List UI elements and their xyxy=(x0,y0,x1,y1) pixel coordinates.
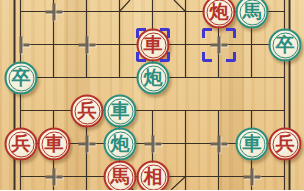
piece-glyph: 車 xyxy=(243,134,262,153)
piece-red-soldier-a6[interactable]: 兵 xyxy=(5,128,38,161)
point-marker-b2 xyxy=(46,4,63,21)
piece-glyph: 卒 xyxy=(12,68,31,87)
piece-glyph: 炮 xyxy=(144,68,163,87)
piece-black-chariot-d5[interactable]: 車 xyxy=(104,95,137,128)
point-marker-e6 xyxy=(145,136,162,153)
point-marker-g3 xyxy=(211,37,228,54)
piece-glyph: 車 xyxy=(111,101,130,120)
piece-glyph: 兵 xyxy=(276,134,295,153)
piece-black-cannon-e4[interactable]: 炮 xyxy=(137,62,170,95)
piece-glyph: 卒 xyxy=(276,35,295,54)
piece-red-chariot-b6[interactable]: 車 xyxy=(38,128,71,161)
piece-glyph: 馬 xyxy=(111,167,130,186)
piece-red-chariot-e3[interactable]: 車 xyxy=(137,29,170,62)
piece-black-soldier-i3[interactable]: 卒 xyxy=(269,29,302,62)
piece-black-soldier-a4[interactable]: 卒 xyxy=(5,62,38,95)
piece-glyph: 車 xyxy=(45,134,64,153)
piece-red-horse-d7[interactable]: 馬 xyxy=(104,161,137,191)
point-marker-c3 xyxy=(79,37,96,54)
piece-red-soldier-c5[interactable]: 兵 xyxy=(71,95,104,128)
piece-glyph: 炮 xyxy=(111,134,130,153)
point-marker-c6 xyxy=(79,136,96,153)
point-marker-g6 xyxy=(211,136,228,153)
piece-red-elephant-e7[interactable]: 相 xyxy=(137,161,170,191)
piece-glyph: 相 xyxy=(144,167,163,186)
point-marker-h7 xyxy=(244,169,261,186)
point-marker-b7 xyxy=(46,169,63,186)
piece-glyph: 兵 xyxy=(12,134,31,153)
piece-glyph: 兵 xyxy=(78,101,97,120)
piece-glyph: 車 xyxy=(144,35,163,54)
piece-red-soldier-i6[interactable]: 兵 xyxy=(269,128,302,161)
piece-black-cannon-d6[interactable]: 炮 xyxy=(104,128,137,161)
piece-black-chariot-h6[interactable]: 車 xyxy=(236,128,269,161)
piece-glyph: 炮 xyxy=(210,2,229,21)
xiangqi-board[interactable]: 炮馬車卒卒炮兵車兵車炮車兵馬相 xyxy=(0,0,304,190)
point-marker-a3 xyxy=(13,37,30,54)
piece-glyph: 馬 xyxy=(243,2,262,21)
